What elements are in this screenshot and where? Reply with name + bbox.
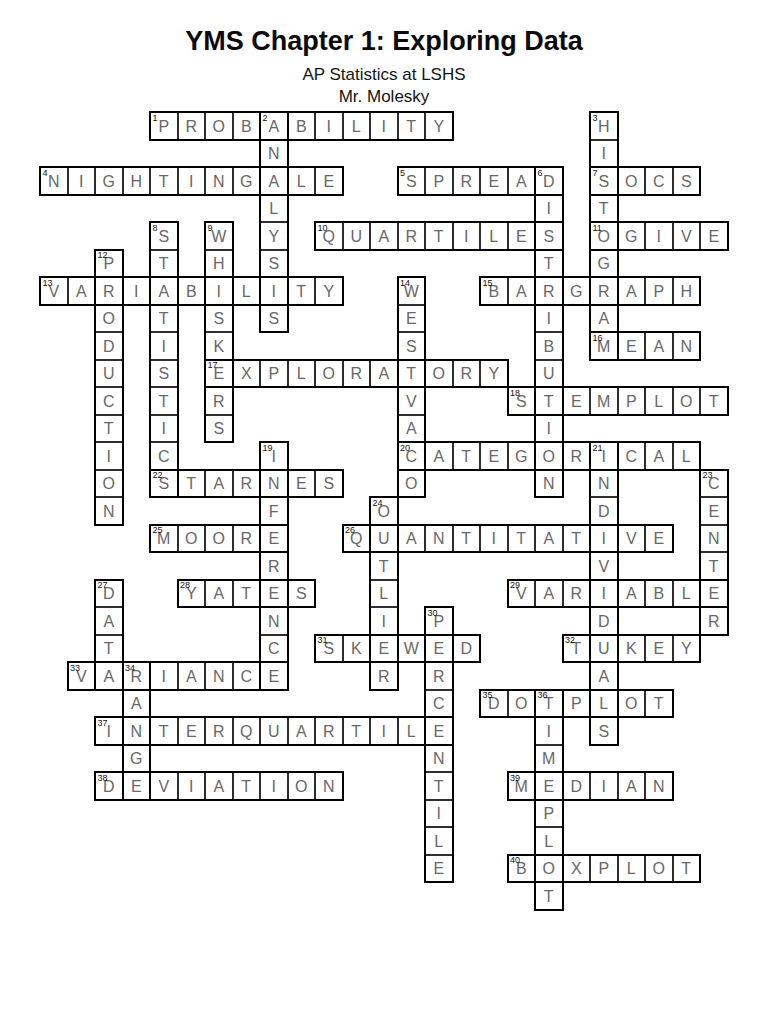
grid-cell[interactable]: P: [563, 690, 591, 718]
grid-cell[interactable]: S: [315, 470, 343, 498]
grid-cell[interactable]: A: [205, 580, 233, 608]
grid-cell[interactable]: V: [150, 772, 178, 800]
grid-cell[interactable]: T: [590, 195, 618, 223]
grid-cell[interactable]: T: [178, 470, 206, 498]
grid-cell[interactable]: I: [95, 442, 123, 470]
cell-letter: E: [708, 229, 719, 245]
grid-cell[interactable]: T: [535, 387, 563, 415]
grid-cell[interactable]: A: [618, 580, 646, 608]
grid-cell[interactable]: B: [535, 332, 563, 360]
grid-cell[interactable]: 33V: [68, 662, 96, 690]
grid-cell[interactable]: R: [315, 717, 343, 745]
grid-cell[interactable]: E: [700, 497, 728, 525]
grid-cell[interactable]: A: [68, 277, 96, 305]
grid-cell[interactable]: A: [618, 277, 646, 305]
grid-cell[interactable]: 36T: [535, 690, 563, 718]
grid-cell[interactable]: P: [535, 800, 563, 828]
grid-cell[interactable]: T: [343, 717, 371, 745]
grid-cell[interactable]: I: [535, 717, 563, 745]
grid-cell[interactable]: R: [453, 360, 481, 388]
grid-cell[interactable]: A: [508, 277, 536, 305]
grid-cell[interactable]: O: [535, 442, 563, 470]
grid-cell[interactable]: 14W: [398, 277, 426, 305]
grid-cell[interactable]: I: [425, 800, 453, 828]
grid-cell[interactable]: A: [370, 360, 398, 388]
cell-letter: O: [625, 174, 637, 190]
grid-cell[interactable]: T: [398, 360, 426, 388]
grid-cell[interactable]: T: [563, 525, 591, 553]
grid-cell[interactable]: A: [398, 415, 426, 443]
grid-cell[interactable]: U: [343, 222, 371, 250]
grid-cell[interactable]: R: [535, 277, 563, 305]
grid-cell[interactable]: 2A: [260, 112, 288, 140]
grid-cell[interactable]: 15B: [480, 277, 508, 305]
grid-cell[interactable]: L: [288, 360, 316, 388]
grid-cell[interactable]: N: [205, 662, 233, 690]
cell-letter: I: [547, 724, 551, 740]
grid-cell[interactable]: 24O: [370, 497, 398, 525]
grid-cell[interactable]: L: [288, 167, 316, 195]
grid-cell[interactable]: O: [178, 525, 206, 553]
grid-cell[interactable]: O: [425, 360, 453, 388]
grid-cell[interactable]: O: [288, 772, 316, 800]
grid-cell[interactable]: N: [315, 772, 343, 800]
grid-cell[interactable]: 20C: [398, 442, 426, 470]
grid-cell[interactable]: E: [645, 525, 673, 553]
grid-cell[interactable]: T: [150, 250, 178, 278]
grid-cell[interactable]: S: [205, 305, 233, 333]
grid-cell[interactable]: L: [590, 690, 618, 718]
grid-cell[interactable]: U: [260, 717, 288, 745]
grid-cell[interactable]: A: [645, 332, 673, 360]
grid-cell[interactable]: 7S: [590, 167, 618, 195]
grid-cell[interactable]: N: [205, 167, 233, 195]
grid-cell[interactable]: P: [260, 360, 288, 388]
grid-cell[interactable]: C: [260, 635, 288, 663]
grid-cell[interactable]: I: [535, 415, 563, 443]
grid-cell[interactable]: O: [205, 112, 233, 140]
cell-letter: H: [680, 284, 692, 300]
grid-cell[interactable]: I: [535, 305, 563, 333]
grid-cell[interactable]: M: [590, 387, 618, 415]
grid-cell[interactable]: I: [535, 195, 563, 223]
clue-number: 25: [153, 526, 163, 535]
grid-cell[interactable]: E: [425, 855, 453, 883]
cell-letter: D: [103, 339, 115, 355]
grid-cell[interactable]: I: [645, 222, 673, 250]
grid-cell[interactable]: B: [288, 112, 316, 140]
grid-cell[interactable]: G: [618, 222, 646, 250]
grid-cell[interactable]: G: [508, 442, 536, 470]
grid-cell[interactable]: K: [205, 332, 233, 360]
grid-cell[interactable]: O: [645, 855, 673, 883]
grid-cell[interactable]: A: [288, 717, 316, 745]
grid-cell[interactable]: 8S: [150, 222, 178, 250]
grid-cell[interactable]: O: [618, 690, 646, 718]
grid-cell[interactable]: A: [398, 525, 426, 553]
grid-cell[interactable]: E: [178, 717, 206, 745]
grid-cell[interactable]: A: [205, 772, 233, 800]
grid-cell[interactable]: S: [150, 360, 178, 388]
grid-cell[interactable]: O: [95, 305, 123, 333]
grid-cell[interactable]: B: [178, 277, 206, 305]
cell-letter: S: [158, 229, 169, 245]
grid-cell[interactable]: L: [673, 442, 701, 470]
grid-cell[interactable]: R: [425, 662, 453, 690]
grid-cell[interactable]: L: [398, 717, 426, 745]
grid-cell[interactable]: E: [260, 662, 288, 690]
cell-letter: G: [515, 449, 527, 465]
grid-cell[interactable]: W: [398, 635, 426, 663]
grid-cell[interactable]: U: [95, 360, 123, 388]
grid-cell[interactable]: O: [205, 525, 233, 553]
grid-cell[interactable]: I: [68, 167, 96, 195]
grid-cell[interactable]: E: [425, 717, 453, 745]
grid-cell[interactable]: H: [673, 277, 701, 305]
grid-cell[interactable]: R: [590, 277, 618, 305]
grid-cell[interactable]: 16M: [590, 332, 618, 360]
grid-cell[interactable]: N: [700, 525, 728, 553]
grid-cell[interactable]: N: [260, 470, 288, 498]
grid-cell[interactable]: I: [178, 772, 206, 800]
grid-cell[interactable]: E: [370, 635, 398, 663]
grid-cell[interactable]: 3H: [590, 112, 618, 140]
grid-cell[interactable]: R: [205, 387, 233, 415]
grid-cell[interactable]: H: [123, 167, 151, 195]
grid-cell[interactable]: V: [398, 387, 426, 415]
grid-cell[interactable]: L: [535, 827, 563, 855]
grid-cell[interactable]: E: [700, 580, 728, 608]
grid-cell[interactable]: 22S: [150, 470, 178, 498]
grid-cell[interactable]: X: [563, 855, 591, 883]
clue-number: 33: [70, 664, 80, 673]
grid-cell[interactable]: O: [315, 360, 343, 388]
grid-cell[interactable]: L: [370, 580, 398, 608]
grid-cell[interactable]: 29V: [508, 580, 536, 608]
grid-cell[interactable]: N: [260, 140, 288, 168]
grid-cell[interactable]: T: [95, 635, 123, 663]
grid-cell[interactable]: A: [508, 167, 536, 195]
cell-letter: O: [103, 476, 115, 492]
grid-cell[interactable]: Q: [233, 717, 261, 745]
grid-cell[interactable]: T: [453, 525, 481, 553]
grid-cell[interactable]: U: [535, 360, 563, 388]
grid-cell[interactable]: L: [233, 277, 261, 305]
grid-cell[interactable]: R: [370, 662, 398, 690]
grid-cell[interactable]: A: [590, 305, 618, 333]
grid-cell[interactable]: O: [618, 167, 646, 195]
cell-letter: N: [130, 724, 142, 740]
grid-cell[interactable]: T: [425, 772, 453, 800]
grid-cell[interactable]: T: [150, 305, 178, 333]
grid-cell[interactable]: 32T: [563, 635, 591, 663]
grid-cell[interactable]: 11O: [590, 222, 618, 250]
grid-cell[interactable]: K: [343, 635, 371, 663]
grid-cell[interactable]: 27D: [95, 580, 123, 608]
grid-cell[interactable]: O: [95, 470, 123, 498]
grid-cell[interactable]: V: [590, 552, 618, 580]
grid-cell[interactable]: V: [673, 222, 701, 250]
grid-cell[interactable]: D: [453, 635, 481, 663]
grid-cell[interactable]: I: [590, 525, 618, 553]
grid-cell[interactable]: E: [123, 772, 151, 800]
grid-cell[interactable]: I: [480, 525, 508, 553]
grid-cell[interactable]: R: [563, 442, 591, 470]
grid-cell[interactable]: S: [590, 717, 618, 745]
grid-cell[interactable]: U: [590, 635, 618, 663]
grid-cell[interactable]: G: [563, 277, 591, 305]
grid-cell[interactable]: N: [123, 717, 151, 745]
grid-cell[interactable]: A: [370, 222, 398, 250]
grid-cell[interactable]: R: [343, 360, 371, 388]
grid-cell[interactable]: E: [535, 772, 563, 800]
grid-cell[interactable]: S: [205, 415, 233, 443]
grid-cell[interactable]: N: [425, 745, 453, 773]
grid-cell[interactable]: A: [618, 772, 646, 800]
grid-cell[interactable]: 40B: [508, 855, 536, 883]
grid-cell[interactable]: E: [480, 167, 508, 195]
grid-cell[interactable]: T: [535, 882, 563, 910]
grid-cell[interactable]: F: [260, 497, 288, 525]
grid-cell[interactable]: I: [370, 607, 398, 635]
grid-cell[interactable]: E: [398, 305, 426, 333]
grid-cell[interactable]: 25M: [150, 525, 178, 553]
grid-cell[interactable]: 13V: [40, 277, 68, 305]
grid-cell[interactable]: T: [233, 580, 261, 608]
grid-cell[interactable]: 5S: [398, 167, 426, 195]
grid-cell[interactable]: E: [563, 387, 591, 415]
grid-cell[interactable]: R: [398, 222, 426, 250]
grid-cell[interactable]: 23C: [700, 470, 728, 498]
grid-cell[interactable]: C: [645, 167, 673, 195]
grid-cell[interactable]: T: [535, 250, 563, 278]
grid-cell[interactable]: 35D: [480, 690, 508, 718]
cell-letter: R: [570, 586, 582, 602]
grid-cell[interactable]: R: [233, 525, 261, 553]
grid-cell[interactable]: I: [370, 717, 398, 745]
grid-cell[interactable]: A: [535, 580, 563, 608]
grid-cell[interactable]: E: [508, 222, 536, 250]
grid-cell[interactable]: D: [563, 772, 591, 800]
grid-cell[interactable]: 19I: [260, 442, 288, 470]
grid-cell[interactable]: T: [398, 112, 426, 140]
grid-cell[interactable]: X: [233, 360, 261, 388]
grid-cell[interactable]: R: [205, 717, 233, 745]
grid-cell[interactable]: A: [205, 470, 233, 498]
grid-cell[interactable]: N: [425, 525, 453, 553]
grid-cell[interactable]: L: [673, 580, 701, 608]
grid-cell[interactable]: E: [425, 635, 453, 663]
grid-cell[interactable]: I: [178, 167, 206, 195]
grid-cell[interactable]: E: [260, 580, 288, 608]
grid-cell[interactable]: S: [288, 580, 316, 608]
grid-cell[interactable]: E: [315, 167, 343, 195]
grid-cell[interactable]: P: [645, 277, 673, 305]
grid-cell[interactable]: I: [590, 772, 618, 800]
grid-cell[interactable]: C: [618, 442, 646, 470]
grid-cell[interactable]: A: [425, 442, 453, 470]
grid-cell[interactable]: 9W: [205, 222, 233, 250]
grid-cell[interactable]: Y: [260, 222, 288, 250]
grid-cell[interactable]: H: [205, 250, 233, 278]
grid-cell[interactable]: G: [95, 167, 123, 195]
grid-cell[interactable]: O: [398, 470, 426, 498]
grid-cell[interactable]: N: [590, 470, 618, 498]
grid-cell[interactable]: 4N: [40, 167, 68, 195]
cell-letter: A: [131, 696, 142, 712]
grid-cell[interactable]: T: [233, 772, 261, 800]
grid-cell[interactable]: Y: [480, 360, 508, 388]
grid-cell[interactable]: A: [123, 690, 151, 718]
grid-cell[interactable]: B: [233, 112, 261, 140]
grid-cell[interactable]: T: [150, 717, 178, 745]
grid-cell[interactable]: I: [370, 112, 398, 140]
grid-cell[interactable]: L: [618, 855, 646, 883]
cell-letter: I: [382, 724, 386, 740]
grid-cell[interactable]: T: [150, 167, 178, 195]
grid-cell[interactable]: V: [618, 525, 646, 553]
grid-cell[interactable]: I: [453, 222, 481, 250]
grid-cell[interactable]: 34R: [123, 662, 151, 690]
grid-cell[interactable]: C: [150, 442, 178, 470]
grid-cell[interactable]: I: [150, 415, 178, 443]
grid-cell[interactable]: Y: [315, 277, 343, 305]
grid-cell[interactable]: I: [260, 772, 288, 800]
grid-cell[interactable]: O: [535, 855, 563, 883]
grid-cell[interactable]: O: [673, 387, 701, 415]
grid-cell[interactable]: L: [343, 112, 371, 140]
grid-cell[interactable]: E: [260, 525, 288, 553]
grid-cell[interactable]: E: [700, 222, 728, 250]
grid-cell[interactable]: E: [480, 442, 508, 470]
grid-cell[interactable]: T: [288, 277, 316, 305]
grid-cell[interactable]: A: [95, 607, 123, 635]
grid-cell[interactable]: I: [590, 140, 618, 168]
grid-cell[interactable]: D: [590, 607, 618, 635]
grid-cell[interactable]: T: [700, 552, 728, 580]
grid-cell[interactable]: 26Q: [343, 525, 371, 553]
grid-cell[interactable]: P: [590, 855, 618, 883]
grid-cell[interactable]: E: [288, 470, 316, 498]
grid-cell[interactable]: T: [508, 525, 536, 553]
grid-cell[interactable]: 30P: [425, 607, 453, 635]
grid-cell[interactable]: I: [123, 277, 151, 305]
grid-cell[interactable]: S: [535, 222, 563, 250]
grid-cell[interactable]: N: [673, 332, 701, 360]
grid-cell[interactable]: K: [618, 635, 646, 663]
grid-cell[interactable]: T: [700, 387, 728, 415]
grid-cell[interactable]: D: [590, 497, 618, 525]
grid-cell[interactable]: T: [645, 690, 673, 718]
grid-cell[interactable]: P: [618, 387, 646, 415]
grid-cell[interactable]: Y: [673, 635, 701, 663]
grid-cell[interactable]: T: [453, 442, 481, 470]
grid-cell[interactable]: A: [150, 277, 178, 305]
grid-cell[interactable]: G: [590, 250, 618, 278]
grid-cell[interactable]: A: [535, 525, 563, 553]
grid-cell[interactable]: 10Q: [315, 222, 343, 250]
grid-cell[interactable]: C: [95, 387, 123, 415]
grid-cell[interactable]: T: [370, 552, 398, 580]
grid-cell[interactable]: A: [645, 442, 673, 470]
grid-cell[interactable]: 39M: [508, 772, 536, 800]
grid-cell[interactable]: 21I: [590, 442, 618, 470]
cell-letter: S: [543, 229, 554, 245]
grid-cell[interactable]: A: [590, 662, 618, 690]
grid-cell[interactable]: N: [535, 470, 563, 498]
grid-cell[interactable]: 31S: [315, 635, 343, 663]
grid-cell[interactable]: R: [453, 167, 481, 195]
grid-cell[interactable]: G: [233, 167, 261, 195]
grid-cell[interactable]: L: [480, 222, 508, 250]
grid-cell[interactable]: N: [260, 607, 288, 635]
grid-cell[interactable]: I: [260, 277, 288, 305]
cell-letter: K: [351, 641, 362, 657]
grid-cell[interactable]: E: [618, 332, 646, 360]
grid-cell[interactable]: P: [425, 167, 453, 195]
grid-cell[interactable]: O: [508, 690, 536, 718]
grid-cell[interactable]: S: [673, 167, 701, 195]
grid-cell[interactable]: 6D: [535, 167, 563, 195]
grid-cell[interactable]: 1P: [150, 112, 178, 140]
grid-cell[interactable]: 37I: [95, 717, 123, 745]
grid-cell[interactable]: S: [398, 332, 426, 360]
grid-cell[interactable]: M: [535, 745, 563, 773]
grid-cell[interactable]: U: [370, 525, 398, 553]
grid-cell[interactable]: E: [645, 635, 673, 663]
grid-cell[interactable]: I: [205, 277, 233, 305]
grid-cell[interactable]: L: [645, 387, 673, 415]
grid-cell[interactable]: N: [95, 497, 123, 525]
grid-cell[interactable]: T: [150, 387, 178, 415]
grid-cell[interactable]: S: [260, 250, 288, 278]
grid-cell[interactable]: T: [425, 222, 453, 250]
grid-cell[interactable]: D: [95, 332, 123, 360]
grid-cell[interactable]: R: [95, 277, 123, 305]
grid-cell[interactable]: I: [150, 332, 178, 360]
grid-cell[interactable]: A: [178, 662, 206, 690]
grid-cell[interactable]: R: [563, 580, 591, 608]
grid-cell[interactable]: I: [590, 580, 618, 608]
grid-cell[interactable]: G: [123, 745, 151, 773]
grid-cell[interactable]: A: [260, 167, 288, 195]
grid-cell[interactable]: C: [233, 662, 261, 690]
grid-cell[interactable]: B: [645, 580, 673, 608]
grid-cell[interactable]: Y: [425, 112, 453, 140]
grid-cell[interactable]: L: [260, 195, 288, 223]
grid-cell[interactable]: I: [150, 662, 178, 690]
grid-cell[interactable]: 17E: [205, 360, 233, 388]
grid-cell[interactable]: R: [233, 470, 261, 498]
grid-cell[interactable]: R: [260, 552, 288, 580]
cell-letter: T: [709, 394, 719, 410]
grid-cell[interactable]: R: [178, 112, 206, 140]
grid-cell[interactable]: I: [315, 112, 343, 140]
grid-cell[interactable]: S: [260, 305, 288, 333]
grid-cell[interactable]: N: [645, 772, 673, 800]
grid-cell[interactable]: T: [95, 415, 123, 443]
grid-cell[interactable]: 38D: [95, 772, 123, 800]
grid-cell[interactable]: R: [700, 607, 728, 635]
grid-cell[interactable]: L: [425, 827, 453, 855]
grid-cell[interactable]: 28Y: [178, 580, 206, 608]
grid-cell[interactable]: A: [95, 662, 123, 690]
grid-cell[interactable]: C: [425, 690, 453, 718]
grid-cell[interactable]: 12P: [95, 250, 123, 278]
clue-number: 37: [98, 719, 108, 728]
grid-cell[interactable]: T: [673, 855, 701, 883]
grid-cell[interactable]: 18S: [508, 387, 536, 415]
